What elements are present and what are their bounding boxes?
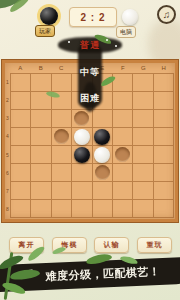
- board-cell-D6[interactable]: [72, 164, 92, 182]
- board-cell-A4[interactable]: [11, 128, 31, 146]
- column-label-B: B: [31, 63, 52, 73]
- board-cell-A1[interactable]: [11, 74, 31, 92]
- board-cell-H7[interactable]: [154, 182, 174, 200]
- board-cell-B5[interactable]: [31, 146, 51, 164]
- board-cell-H6[interactable]: [154, 164, 174, 182]
- white-stone: [94, 147, 110, 163]
- board-cell-H4[interactable]: [154, 128, 174, 146]
- board-cell-D3[interactable]: [72, 110, 92, 128]
- board-cell-G7[interactable]: [133, 182, 153, 200]
- player-label: 玩家: [35, 25, 55, 37]
- board-cell-H5[interactable]: [154, 146, 174, 164]
- board-cell-E3[interactable]: [93, 110, 113, 128]
- board-cell-B7[interactable]: [31, 182, 51, 200]
- music-toggle-button[interactable]: ♫: [157, 5, 176, 24]
- player-stone-indicator: [40, 7, 58, 25]
- board-cell-F8[interactable]: [113, 200, 133, 218]
- board-cell-A2[interactable]: [11, 92, 31, 110]
- board-cell-G1[interactable]: [133, 74, 153, 92]
- board-cell-F4[interactable]: [113, 128, 133, 146]
- computer-stone-indicator: [122, 9, 138, 25]
- board-cell-E7[interactable]: [93, 182, 113, 200]
- board-cell-D8[interactable]: [72, 200, 92, 218]
- board-cell-C5[interactable]: [52, 146, 72, 164]
- column-label-G: G: [133, 63, 154, 73]
- sparkle-decoration: [115, 45, 117, 47]
- board-cell-B3[interactable]: [31, 110, 51, 128]
- board-cell-B1[interactable]: [31, 74, 51, 92]
- board-cell-F6[interactable]: [113, 164, 133, 182]
- board-cell-G8[interactable]: [133, 200, 153, 218]
- board-cell-F3[interactable]: [113, 110, 133, 128]
- board-cell-E8[interactable]: [93, 200, 113, 218]
- difficulty-selector: 普通 中等 困难: [58, 36, 122, 112]
- resign-button[interactable]: 认输: [94, 237, 129, 253]
- legal-move-hint[interactable]: [54, 129, 69, 144]
- difficulty-option-hard[interactable]: 困难: [58, 92, 122, 105]
- board-cell-A6[interactable]: [11, 164, 31, 182]
- board-cell-E5[interactable]: [93, 146, 113, 164]
- board-cell-C8[interactable]: [52, 200, 72, 218]
- board-cell-C6[interactable]: [52, 164, 72, 182]
- board-cell-H1[interactable]: [154, 74, 174, 92]
- board-cell-C7[interactable]: [52, 182, 72, 200]
- white-stone: [74, 129, 90, 145]
- board-cell-H8[interactable]: [154, 200, 174, 218]
- music-note-icon: ♫: [163, 9, 171, 20]
- board-cell-C4[interactable]: [52, 128, 72, 146]
- board-cell-E4[interactable]: [93, 128, 113, 146]
- board-cell-B6[interactable]: [31, 164, 51, 182]
- black-stone: [74, 147, 90, 163]
- column-label-H: H: [154, 63, 175, 73]
- black-stone: [94, 129, 110, 145]
- sparkle-decoration: [68, 41, 70, 43]
- board-cell-F7[interactable]: [113, 182, 133, 200]
- board-cell-A7[interactable]: [11, 182, 31, 200]
- board-cell-A8[interactable]: [11, 200, 31, 218]
- board-cell-H3[interactable]: [154, 110, 174, 128]
- board-cell-G5[interactable]: [133, 146, 153, 164]
- replay-button[interactable]: 重玩: [137, 237, 172, 253]
- board-cell-G2[interactable]: [133, 92, 153, 110]
- board-cell-D7[interactable]: [72, 182, 92, 200]
- board-cell-E6[interactable]: [93, 164, 113, 182]
- score-display: 2 : 2: [69, 7, 117, 27]
- board-cell-A5[interactable]: [11, 146, 31, 164]
- game-screen: 玩家 2 : 2 电脑 ♫ ABCDEFGH 12345678 普通 中等 困难…: [0, 0, 180, 300]
- board-cell-C3[interactable]: [52, 110, 72, 128]
- legal-move-hint[interactable]: [115, 147, 130, 162]
- legal-move-hint[interactable]: [95, 165, 110, 180]
- board-cell-G4[interactable]: [133, 128, 153, 146]
- board-cell-H2[interactable]: [154, 92, 174, 110]
- board-cell-G6[interactable]: [133, 164, 153, 182]
- board-cell-D4[interactable]: [72, 128, 92, 146]
- board-cell-B8[interactable]: [31, 200, 51, 218]
- column-label-A: A: [10, 63, 31, 73]
- board-cell-D5[interactable]: [72, 146, 92, 164]
- board-cell-A3[interactable]: [11, 110, 31, 128]
- legal-move-hint[interactable]: [74, 111, 89, 126]
- board-cell-F5[interactable]: [113, 146, 133, 164]
- sparkle-decoration: [106, 39, 108, 41]
- board-cell-B4[interactable]: [31, 128, 51, 146]
- board-cell-G3[interactable]: [133, 110, 153, 128]
